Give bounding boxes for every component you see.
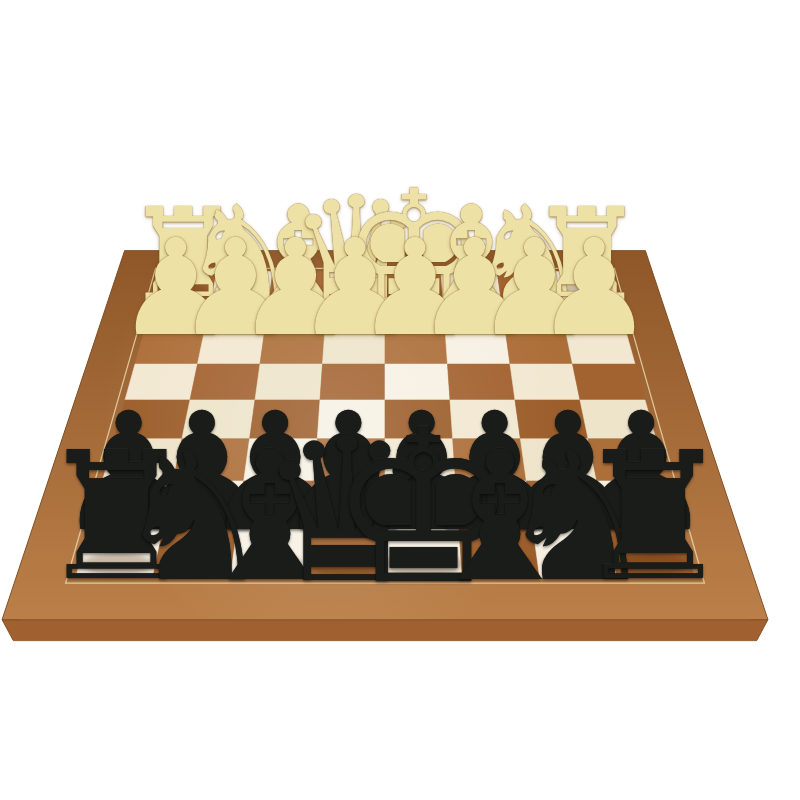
piece-shadow bbox=[397, 507, 446, 523]
piece-shadow bbox=[383, 551, 463, 577]
piece-shadow bbox=[178, 507, 227, 523]
piece-shadow bbox=[542, 553, 610, 575]
piece-shadow bbox=[251, 507, 300, 523]
piece-shadow bbox=[82, 553, 153, 576]
piece-shadow bbox=[237, 554, 303, 575]
piece-shadow bbox=[327, 283, 385, 302]
piece-shadow bbox=[454, 316, 494, 329]
piece-shadow bbox=[503, 284, 554, 300]
piece-shadow bbox=[447, 285, 497, 301]
piece-shadow bbox=[574, 316, 614, 329]
piece-shadow bbox=[324, 507, 373, 523]
piece-shadow bbox=[467, 554, 533, 575]
piece-shadow bbox=[395, 316, 435, 329]
piece-shadow bbox=[105, 507, 154, 523]
piece-shadow bbox=[308, 552, 386, 577]
chess-board bbox=[0, 0, 800, 800]
piece-shadow bbox=[156, 316, 196, 329]
piece-shadow bbox=[160, 553, 228, 575]
board-side-front bbox=[2, 620, 768, 641]
piece-shadow bbox=[384, 283, 444, 302]
piece-shadow bbox=[216, 284, 267, 300]
piece-shadow bbox=[335, 316, 375, 329]
piece-shadow bbox=[617, 553, 688, 576]
piece-shadow bbox=[216, 316, 256, 329]
piece-shadow bbox=[157, 284, 210, 301]
piece-shadow bbox=[275, 316, 315, 329]
piece-shadow bbox=[514, 316, 554, 329]
piece-shadow bbox=[560, 284, 613, 301]
piece-shadow bbox=[274, 285, 324, 301]
photo-stage: ♜♞♝♛♚♝♞♜♟♟♟♟♟♟♟♟♟♟♟♟♟♟♟♟♜♞♝♛♚♝♞♜ bbox=[0, 0, 800, 800]
piece-shadow bbox=[470, 507, 519, 523]
piece-shadow bbox=[616, 507, 665, 523]
piece-shadow bbox=[543, 507, 592, 523]
